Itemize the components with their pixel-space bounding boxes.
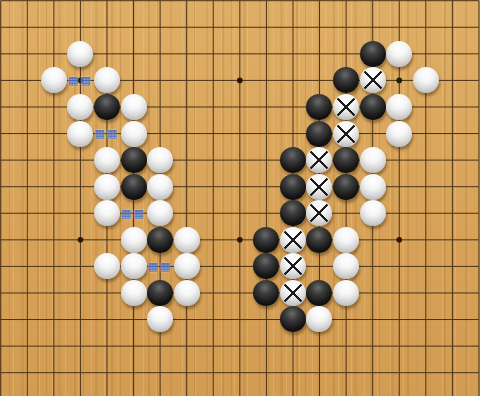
white-stone: [41, 67, 67, 93]
forbidden-point-marker: ▦▦: [95, 128, 120, 139]
dead-white-stone: [280, 253, 306, 279]
go-board[interactable]: ▦▦▦▦▦▦▦▦: [0, 0, 480, 396]
white-stone: [67, 94, 93, 120]
dead-mark-x-icon: [334, 95, 358, 119]
black-stone: [333, 147, 359, 173]
dead-mark-x-icon: [361, 68, 385, 92]
black-stone: [280, 200, 306, 226]
white-stone: [413, 67, 439, 93]
black-stone: [280, 174, 306, 200]
white-stone: [94, 67, 120, 93]
white-stone: [94, 200, 120, 226]
black-stone: [306, 121, 332, 147]
forbidden-point-marker: ▦▦: [121, 208, 146, 219]
white-stone: [67, 121, 93, 147]
dead-white-stone: [360, 67, 386, 93]
white-stone: [121, 227, 147, 253]
black-stone: [121, 147, 147, 173]
dead-mark-x-icon: [307, 201, 331, 225]
white-stone: [121, 253, 147, 279]
white-stone: [147, 306, 173, 332]
white-stone: [174, 253, 200, 279]
black-stone: [280, 147, 306, 173]
white-stone: [333, 227, 359, 253]
white-stone: [360, 200, 386, 226]
black-stone: [360, 94, 386, 120]
dead-white-stone: [333, 121, 359, 147]
black-stone: [147, 280, 173, 306]
dead-white-stone: [306, 200, 332, 226]
black-stone: [253, 227, 279, 253]
white-stone: [174, 280, 200, 306]
black-stone: [147, 227, 173, 253]
stones-layer: ▦▦▦▦▦▦▦▦: [0, 0, 480, 386]
black-stone: [306, 280, 332, 306]
white-stone: [94, 174, 120, 200]
white-stone: [94, 253, 120, 279]
black-stone: [94, 94, 120, 120]
black-stone: [333, 174, 359, 200]
black-stone: [280, 306, 306, 332]
white-stone: [147, 174, 173, 200]
dead-mark-x-icon: [281, 281, 305, 305]
white-stone: [333, 253, 359, 279]
dead-white-stone: [306, 174, 332, 200]
white-stone: [174, 227, 200, 253]
dead-white-stone: [306, 147, 332, 173]
dead-mark-x-icon: [334, 122, 358, 146]
black-stone: [253, 280, 279, 306]
dead-mark-x-icon: [281, 228, 305, 252]
white-stone: [121, 121, 147, 147]
white-stone: [121, 280, 147, 306]
black-stone: [121, 174, 147, 200]
black-stone: [333, 67, 359, 93]
white-stone: [360, 174, 386, 200]
white-stone: [386, 94, 412, 120]
black-stone: [306, 227, 332, 253]
white-stone: [94, 147, 120, 173]
white-stone: [147, 147, 173, 173]
forbidden-point-marker: ▦▦: [148, 261, 173, 272]
dead-white-stone: [333, 94, 359, 120]
white-stone: [386, 121, 412, 147]
go-app-window: ▦▦▦▦▦▦▦▦: [0, 0, 480, 396]
black-stone: [360, 41, 386, 67]
black-stone: [306, 94, 332, 120]
white-stone: [147, 200, 173, 226]
dead-white-stone: [280, 280, 306, 306]
white-stone: [67, 41, 93, 67]
white-stone: [386, 41, 412, 67]
dead-mark-x-icon: [307, 175, 331, 199]
black-stone: [253, 253, 279, 279]
dead-mark-x-icon: [281, 254, 305, 278]
white-stone: [333, 280, 359, 306]
white-stone: [360, 147, 386, 173]
dead-mark-x-icon: [307, 148, 331, 172]
white-stone: [306, 306, 332, 332]
dead-white-stone: [280, 227, 306, 253]
forbidden-point-marker: ▦▦: [68, 75, 93, 86]
white-stone: [121, 94, 147, 120]
